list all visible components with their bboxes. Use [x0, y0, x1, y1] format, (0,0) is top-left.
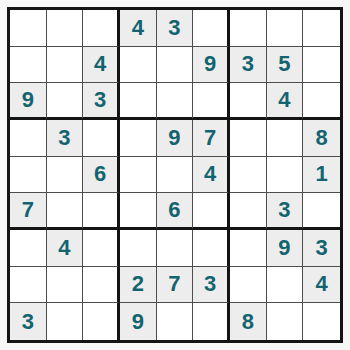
- cell-r6c3[interactable]: [83, 193, 120, 230]
- cell-r8c9[interactable]: 4: [303, 267, 340, 304]
- cell-r1c7[interactable]: [230, 10, 267, 47]
- cell-r2c7[interactable]: 3: [230, 47, 267, 84]
- cell-r4c7[interactable]: [230, 120, 267, 157]
- cell-r7c2[interactable]: 4: [47, 230, 84, 267]
- cell-r9c4[interactable]: 9: [120, 303, 157, 340]
- cell-r4c8[interactable]: [267, 120, 304, 157]
- cell-r1c8[interactable]: [267, 10, 304, 47]
- cell-r7c9[interactable]: 3: [303, 230, 340, 267]
- cell-r8c7[interactable]: [230, 267, 267, 304]
- cell-r2c1[interactable]: [10, 47, 47, 84]
- cell-r4c2[interactable]: 3: [47, 120, 84, 157]
- cell-r6c9[interactable]: [303, 193, 340, 230]
- cell-r5c4[interactable]: [120, 157, 157, 194]
- cell-r1c3[interactable]: [83, 10, 120, 47]
- cell-r3c3[interactable]: 3: [83, 83, 120, 120]
- cell-r4c1[interactable]: [10, 120, 47, 157]
- cell-r8c6[interactable]: 3: [193, 267, 230, 304]
- cell-r3c4[interactable]: [120, 83, 157, 120]
- cell-r9c8[interactable]: [267, 303, 304, 340]
- cell-r5c2[interactable]: [47, 157, 84, 194]
- cell-r1c1[interactable]: [10, 10, 47, 47]
- sudoku-page: 43493593439786417634932734398: [0, 0, 350, 350]
- cell-r2c4[interactable]: [120, 47, 157, 84]
- cell-r7c1[interactable]: [10, 230, 47, 267]
- cell-r3c9[interactable]: [303, 83, 340, 120]
- cell-r7c3[interactable]: [83, 230, 120, 267]
- cell-r1c4[interactable]: 4: [120, 10, 157, 47]
- cell-r5c5[interactable]: [157, 157, 194, 194]
- cell-r7c8[interactable]: 9: [267, 230, 304, 267]
- cell-r6c8[interactable]: 3: [267, 193, 304, 230]
- cell-r6c7[interactable]: [230, 193, 267, 230]
- cell-r3c5[interactable]: [157, 83, 194, 120]
- cell-r3c7[interactable]: [230, 83, 267, 120]
- cell-r8c1[interactable]: [10, 267, 47, 304]
- cell-r8c4[interactable]: 2: [120, 267, 157, 304]
- cell-r9c9[interactable]: [303, 303, 340, 340]
- cell-r9c7[interactable]: 8: [230, 303, 267, 340]
- cell-r8c5[interactable]: 7: [157, 267, 194, 304]
- cell-r9c2[interactable]: [47, 303, 84, 340]
- cell-r7c4[interactable]: [120, 230, 157, 267]
- cell-r2c6[interactable]: 9: [193, 47, 230, 84]
- cell-r5c6[interactable]: 4: [193, 157, 230, 194]
- cell-r3c6[interactable]: [193, 83, 230, 120]
- cell-r6c5[interactable]: 6: [157, 193, 194, 230]
- cell-r7c5[interactable]: [157, 230, 194, 267]
- cell-r8c8[interactable]: [267, 267, 304, 304]
- cell-r9c6[interactable]: [193, 303, 230, 340]
- cell-r7c6[interactable]: [193, 230, 230, 267]
- cell-r9c1[interactable]: 3: [10, 303, 47, 340]
- cell-r2c9[interactable]: [303, 47, 340, 84]
- cell-r5c3[interactable]: 6: [83, 157, 120, 194]
- cell-r1c9[interactable]: [303, 10, 340, 47]
- cell-r4c4[interactable]: [120, 120, 157, 157]
- cell-r5c9[interactable]: 1: [303, 157, 340, 194]
- cell-r5c1[interactable]: [10, 157, 47, 194]
- cell-r8c3[interactable]: [83, 267, 120, 304]
- cell-r4c9[interactable]: 8: [303, 120, 340, 157]
- cell-r2c5[interactable]: [157, 47, 194, 84]
- cell-r2c3[interactable]: 4: [83, 47, 120, 84]
- cell-r3c2[interactable]: [47, 83, 84, 120]
- cell-r8c2[interactable]: [47, 267, 84, 304]
- cell-r1c6[interactable]: [193, 10, 230, 47]
- cell-r4c3[interactable]: [83, 120, 120, 157]
- cell-r6c1[interactable]: 7: [10, 193, 47, 230]
- cell-r3c1[interactable]: 9: [10, 83, 47, 120]
- cell-r9c5[interactable]: [157, 303, 194, 340]
- cell-r3c8[interactable]: 4: [267, 83, 304, 120]
- cell-r5c8[interactable]: [267, 157, 304, 194]
- cell-r6c6[interactable]: [193, 193, 230, 230]
- cell-r1c5[interactable]: 3: [157, 10, 194, 47]
- cell-r4c5[interactable]: 9: [157, 120, 194, 157]
- cell-r1c2[interactable]: [47, 10, 84, 47]
- cell-r7c7[interactable]: [230, 230, 267, 267]
- cell-r6c2[interactable]: [47, 193, 84, 230]
- sudoku-board: 43493593439786417634932734398: [7, 7, 343, 343]
- cell-r6c4[interactable]: [120, 193, 157, 230]
- cell-r2c2[interactable]: [47, 47, 84, 84]
- cell-r2c8[interactable]: 5: [267, 47, 304, 84]
- cell-r5c7[interactable]: [230, 157, 267, 194]
- cell-r4c6[interactable]: 7: [193, 120, 230, 157]
- cell-r9c3[interactable]: [83, 303, 120, 340]
